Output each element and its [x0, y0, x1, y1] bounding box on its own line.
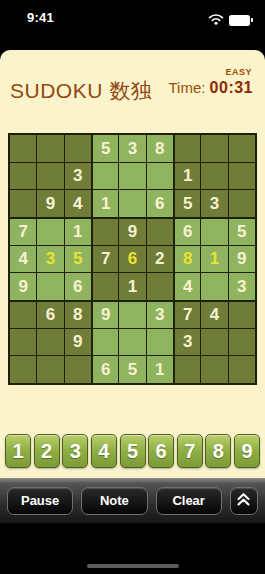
- numpad-button-3[interactable]: 3: [62, 434, 88, 468]
- cell-r4c7[interactable]: 6: [174, 218, 200, 245]
- cell-r5c3[interactable]: 5: [65, 246, 91, 273]
- cell-r9c6[interactable]: 1: [147, 356, 173, 383]
- cell-r8c7[interactable]: 3: [174, 329, 200, 356]
- numpad-button-1[interactable]: 1: [5, 434, 31, 468]
- cell-r1c2[interactable]: [37, 135, 63, 162]
- cell-r3c2[interactable]: 9: [37, 190, 63, 217]
- cell-r7c1[interactable]: [10, 301, 36, 328]
- cell-r4c5[interactable]: 9: [119, 218, 145, 245]
- cell-r9c5[interactable]: 5: [119, 356, 145, 383]
- cell-r1c5[interactable]: 3: [119, 135, 145, 162]
- cell-r4c8[interactable]: [201, 218, 227, 245]
- number-pad: 1 2 3 4 5 6 7 8 9: [5, 434, 260, 468]
- cell-r5c6[interactable]: 2: [147, 246, 173, 273]
- cell-r5c9[interactable]: 9: [229, 246, 255, 273]
- pause-button[interactable]: Pause: [7, 487, 73, 515]
- numpad-button-7[interactable]: 7: [177, 434, 203, 468]
- cell-r7c5[interactable]: [119, 301, 145, 328]
- bottom-toolbar: Pause Note Clear: [0, 478, 265, 523]
- cell-r1c9[interactable]: [229, 135, 255, 162]
- cell-r1c6[interactable]: 8: [147, 135, 173, 162]
- cell-r6c8[interactable]: [201, 273, 227, 300]
- cell-r2c3[interactable]: 3: [65, 163, 91, 190]
- cell-r2c4[interactable]: [92, 163, 118, 190]
- cell-r3c8[interactable]: 3: [201, 190, 227, 217]
- cell-r6c9[interactable]: 3: [229, 273, 255, 300]
- note-button[interactable]: Note: [81, 487, 147, 515]
- cell-r4c4[interactable]: [92, 218, 118, 245]
- cell-r1c3[interactable]: [65, 135, 91, 162]
- cell-r5c2[interactable]: 3: [37, 246, 63, 273]
- cell-r1c1[interactable]: [10, 135, 36, 162]
- cell-r7c6[interactable]: 3: [147, 301, 173, 328]
- status-time: 9:41: [27, 10, 54, 25]
- cell-r2c9[interactable]: [229, 163, 255, 190]
- cell-r4c3[interactable]: 1: [65, 218, 91, 245]
- double-chevron-up-icon: [236, 491, 251, 510]
- numpad-button-2[interactable]: 2: [34, 434, 60, 468]
- timer-label: Time:: [168, 79, 205, 96]
- cell-r3c9[interactable]: [229, 190, 255, 217]
- cell-r5c5[interactable]: 6: [119, 246, 145, 273]
- numpad-button-9[interactable]: 9: [234, 434, 260, 468]
- cell-r9c9[interactable]: [229, 356, 255, 383]
- status-icons: [208, 11, 253, 29]
- home-indicator[interactable]: [87, 564, 179, 568]
- cell-r8c8[interactable]: [201, 329, 227, 356]
- cell-r1c8[interactable]: [201, 135, 227, 162]
- collapse-toolbar-button[interactable]: [230, 487, 258, 515]
- cell-r6c5[interactable]: 1: [119, 273, 145, 300]
- cell-r3c4[interactable]: 1: [92, 190, 118, 217]
- battery-icon: [229, 15, 253, 26]
- cell-r8c1[interactable]: [10, 329, 36, 356]
- cell-r6c4[interactable]: [92, 273, 118, 300]
- wifi-icon: [208, 11, 224, 29]
- cell-r5c4[interactable]: 7: [92, 246, 118, 273]
- numpad-button-6[interactable]: 6: [148, 434, 174, 468]
- cell-r6c3[interactable]: 6: [65, 273, 91, 300]
- cell-r7c3[interactable]: 8: [65, 301, 91, 328]
- cell-r9c2[interactable]: [37, 356, 63, 383]
- sudoku-app-screen: 9:41 SUDOKU 数独 EASY Time: 00:31 53831941…: [0, 0, 265, 574]
- status-bar: 9:41: [0, 0, 265, 50]
- cell-r9c1[interactable]: [10, 356, 36, 383]
- cell-r3c6[interactable]: 6: [147, 190, 173, 217]
- cell-r4c9[interactable]: 5: [229, 218, 255, 245]
- cell-r9c8[interactable]: [201, 356, 227, 383]
- cell-r7c2[interactable]: 6: [37, 301, 63, 328]
- cell-r5c1[interactable]: 4: [10, 246, 36, 273]
- cell-r2c6[interactable]: [147, 163, 173, 190]
- cell-r2c2[interactable]: [37, 163, 63, 190]
- cell-r8c4[interactable]: [92, 329, 118, 356]
- numpad-button-5[interactable]: 5: [120, 434, 146, 468]
- cell-r4c1[interactable]: 7: [10, 218, 36, 245]
- cell-r7c4[interactable]: 9: [92, 301, 118, 328]
- cell-r6c2[interactable]: [37, 273, 63, 300]
- cell-r3c3[interactable]: 4: [65, 190, 91, 217]
- cell-r2c7[interactable]: 1: [174, 163, 200, 190]
- app-panel: SUDOKU 数独 EASY Time: 00:31 5383194165371…: [0, 50, 265, 478]
- cell-r5c8[interactable]: 1: [201, 246, 227, 273]
- cell-r5c7[interactable]: 8: [174, 246, 200, 273]
- cell-r8c9[interactable]: [229, 329, 255, 356]
- cell-r4c6[interactable]: [147, 218, 173, 245]
- cell-r8c6[interactable]: [147, 329, 173, 356]
- cell-r2c1[interactable]: [10, 163, 36, 190]
- numpad-button-4[interactable]: 4: [91, 434, 117, 468]
- numpad-button-8[interactable]: 8: [205, 434, 231, 468]
- cell-r3c7[interactable]: 5: [174, 190, 200, 217]
- cell-r6c1[interactable]: 9: [10, 273, 36, 300]
- cell-r4c2[interactable]: [37, 218, 63, 245]
- cell-r3c5[interactable]: [119, 190, 145, 217]
- cell-r9c7[interactable]: [174, 356, 200, 383]
- cell-r8c2[interactable]: [37, 329, 63, 356]
- cell-r8c5[interactable]: [119, 329, 145, 356]
- cell-r6c7[interactable]: 4: [174, 273, 200, 300]
- sudoku-board: 5383194165371965435762819961436893749365…: [8, 133, 257, 385]
- cell-r7c9[interactable]: [229, 301, 255, 328]
- cell-r8c3[interactable]: 9: [65, 329, 91, 356]
- cell-r9c4[interactable]: 6: [92, 356, 118, 383]
- cell-r2c8[interactable]: [201, 163, 227, 190]
- timer: Time: 00:31: [168, 79, 253, 97]
- cell-r7c8[interactable]: 4: [201, 301, 227, 328]
- clear-button[interactable]: Clear: [156, 487, 222, 515]
- cell-r2c5[interactable]: [119, 163, 145, 190]
- cell-r1c4[interactable]: 5: [92, 135, 118, 162]
- cell-r6c6[interactable]: [147, 273, 173, 300]
- cell-r3c1[interactable]: [10, 190, 36, 217]
- difficulty-badge: EASY: [225, 67, 252, 77]
- cell-r1c7[interactable]: [174, 135, 200, 162]
- page-title: SUDOKU 数独: [10, 77, 152, 105]
- timer-value: 00:31: [210, 79, 253, 96]
- cell-r7c7[interactable]: 7: [174, 301, 200, 328]
- cell-r9c3[interactable]: [65, 356, 91, 383]
